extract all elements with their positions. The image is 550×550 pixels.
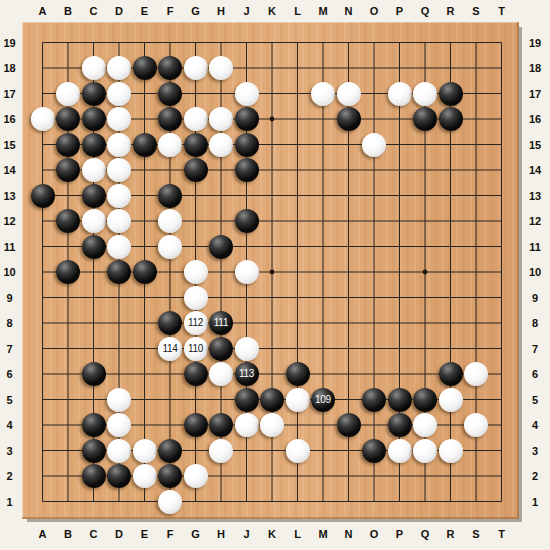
board-intersection-S9[interactable] bbox=[463, 285, 489, 311]
board-intersection-P6[interactable] bbox=[387, 361, 413, 387]
board-intersection-C14[interactable] bbox=[81, 157, 107, 183]
board-intersection-O6[interactable] bbox=[361, 361, 387, 387]
board-intersection-P7[interactable] bbox=[387, 336, 413, 362]
board-intersection-A18[interactable] bbox=[30, 55, 56, 81]
board-intersection-T13[interactable] bbox=[489, 183, 515, 209]
board-intersection-A13[interactable] bbox=[30, 183, 56, 209]
board-intersection-L6[interactable] bbox=[285, 361, 311, 387]
board-intersection-A6[interactable] bbox=[30, 361, 56, 387]
board-intersection-O14[interactable] bbox=[361, 157, 387, 183]
board-intersection-H8[interactable]: 111 bbox=[208, 310, 234, 336]
board-intersection-K17[interactable] bbox=[259, 81, 285, 107]
board-intersection-D7[interactable] bbox=[106, 336, 132, 362]
board-intersection-D18[interactable] bbox=[106, 55, 132, 81]
board-intersection-M2[interactable] bbox=[310, 463, 336, 489]
board-intersection-B10[interactable] bbox=[55, 259, 81, 285]
board-intersection-O2[interactable] bbox=[361, 463, 387, 489]
board-intersection-J7[interactable] bbox=[234, 336, 260, 362]
board-intersection-E11[interactable] bbox=[132, 234, 158, 260]
board-intersection-F2[interactable] bbox=[157, 463, 183, 489]
board-intersection-N1[interactable] bbox=[336, 489, 362, 515]
board-intersection-S3[interactable] bbox=[463, 438, 489, 464]
board-intersection-T1[interactable] bbox=[489, 489, 515, 515]
board-intersection-E10[interactable] bbox=[132, 259, 158, 285]
board-intersection-O8[interactable] bbox=[361, 310, 387, 336]
board-intersection-E9[interactable] bbox=[132, 285, 158, 311]
board-intersection-J8[interactable] bbox=[234, 310, 260, 336]
board-intersection-R7[interactable] bbox=[438, 336, 464, 362]
board-intersection-F16[interactable] bbox=[157, 106, 183, 132]
board-intersection-F11[interactable] bbox=[157, 234, 183, 260]
board-intersection-O15[interactable] bbox=[361, 132, 387, 158]
board-intersection-A14[interactable] bbox=[30, 157, 56, 183]
board-intersection-T3[interactable] bbox=[489, 438, 515, 464]
board-intersection-Q13[interactable] bbox=[412, 183, 438, 209]
board-intersection-C3[interactable] bbox=[81, 438, 107, 464]
board-intersection-P15[interactable] bbox=[387, 132, 413, 158]
board-intersection-M8[interactable] bbox=[310, 310, 336, 336]
board-intersection-E17[interactable] bbox=[132, 81, 158, 107]
board-intersection-L13[interactable] bbox=[285, 183, 311, 209]
board-intersection-G16[interactable] bbox=[183, 106, 209, 132]
board-intersection-D4[interactable] bbox=[106, 412, 132, 438]
board-intersection-G13[interactable] bbox=[183, 183, 209, 209]
board-intersection-G17[interactable] bbox=[183, 81, 209, 107]
board-intersection-J14[interactable] bbox=[234, 157, 260, 183]
board-intersection-M15[interactable] bbox=[310, 132, 336, 158]
board-intersection-J4[interactable] bbox=[234, 412, 260, 438]
board-intersection-S15[interactable] bbox=[463, 132, 489, 158]
board-intersection-L3[interactable] bbox=[285, 438, 311, 464]
board-intersection-M14[interactable] bbox=[310, 157, 336, 183]
board-intersection-D8[interactable] bbox=[106, 310, 132, 336]
board-intersection-M4[interactable] bbox=[310, 412, 336, 438]
board-intersection-O11[interactable] bbox=[361, 234, 387, 260]
board-intersection-O7[interactable] bbox=[361, 336, 387, 362]
board-intersection-E12[interactable] bbox=[132, 208, 158, 234]
board-intersection-H2[interactable] bbox=[208, 463, 234, 489]
board-intersection-H19[interactable] bbox=[208, 30, 234, 56]
board-intersection-L16[interactable] bbox=[285, 106, 311, 132]
board-intersection-Q12[interactable] bbox=[412, 208, 438, 234]
board-intersection-K10[interactable] bbox=[259, 259, 285, 285]
board-intersection-F15[interactable] bbox=[157, 132, 183, 158]
board-intersection-G11[interactable] bbox=[183, 234, 209, 260]
board-intersection-R8[interactable] bbox=[438, 310, 464, 336]
board-intersection-M6[interactable] bbox=[310, 361, 336, 387]
board-intersection-A4[interactable] bbox=[30, 412, 56, 438]
board-intersection-P18[interactable] bbox=[387, 55, 413, 81]
board-intersection-A2[interactable] bbox=[30, 463, 56, 489]
board-intersection-R15[interactable] bbox=[438, 132, 464, 158]
board-intersection-M7[interactable] bbox=[310, 336, 336, 362]
board-intersection-E4[interactable] bbox=[132, 412, 158, 438]
board-intersection-J3[interactable] bbox=[234, 438, 260, 464]
board-intersection-O16[interactable] bbox=[361, 106, 387, 132]
board-intersection-J19[interactable] bbox=[234, 30, 260, 56]
board-intersection-F10[interactable] bbox=[157, 259, 183, 285]
board-intersection-E15[interactable] bbox=[132, 132, 158, 158]
board-intersection-H12[interactable] bbox=[208, 208, 234, 234]
board-intersection-G10[interactable] bbox=[183, 259, 209, 285]
board-intersection-G14[interactable] bbox=[183, 157, 209, 183]
board-intersection-M12[interactable] bbox=[310, 208, 336, 234]
board-intersection-N15[interactable] bbox=[336, 132, 362, 158]
board-intersection-R13[interactable] bbox=[438, 183, 464, 209]
board-intersection-L14[interactable] bbox=[285, 157, 311, 183]
board-intersection-D6[interactable] bbox=[106, 361, 132, 387]
board-intersection-K12[interactable] bbox=[259, 208, 285, 234]
board-intersection-F6[interactable] bbox=[157, 361, 183, 387]
board-intersection-E2[interactable] bbox=[132, 463, 158, 489]
board-intersection-S1[interactable] bbox=[463, 489, 489, 515]
board-intersection-H18[interactable] bbox=[208, 55, 234, 81]
board-intersection-T17[interactable] bbox=[489, 81, 515, 107]
board-intersection-D9[interactable] bbox=[106, 285, 132, 311]
board-intersection-N3[interactable] bbox=[336, 438, 362, 464]
board-intersection-T16[interactable] bbox=[489, 106, 515, 132]
board-intersection-S8[interactable] bbox=[463, 310, 489, 336]
board-intersection-N11[interactable] bbox=[336, 234, 362, 260]
board-intersection-P19[interactable] bbox=[387, 30, 413, 56]
board-intersection-K7[interactable] bbox=[259, 336, 285, 362]
board-intersection-P1[interactable] bbox=[387, 489, 413, 515]
board-intersection-K14[interactable] bbox=[259, 157, 285, 183]
board-intersection-L15[interactable] bbox=[285, 132, 311, 158]
board-intersection-B4[interactable] bbox=[55, 412, 81, 438]
board-intersection-H6[interactable] bbox=[208, 361, 234, 387]
board-intersection-O4[interactable] bbox=[361, 412, 387, 438]
board-intersection-A16[interactable] bbox=[30, 106, 56, 132]
board-intersection-L12[interactable] bbox=[285, 208, 311, 234]
board-intersection-M18[interactable] bbox=[310, 55, 336, 81]
board-intersection-M5[interactable]: 109 bbox=[310, 387, 336, 413]
board-intersection-H1[interactable] bbox=[208, 489, 234, 515]
board-intersection-R19[interactable] bbox=[438, 30, 464, 56]
board-intersection-J12[interactable] bbox=[234, 208, 260, 234]
board-intersection-B3[interactable] bbox=[55, 438, 81, 464]
board-intersection-P9[interactable] bbox=[387, 285, 413, 311]
board-intersection-K18[interactable] bbox=[259, 55, 285, 81]
board-intersection-S19[interactable] bbox=[463, 30, 489, 56]
board-intersection-B17[interactable] bbox=[55, 81, 81, 107]
board-intersection-S2[interactable] bbox=[463, 463, 489, 489]
board-intersection-Q1[interactable] bbox=[412, 489, 438, 515]
board-intersection-N10[interactable] bbox=[336, 259, 362, 285]
board-intersection-B11[interactable] bbox=[55, 234, 81, 260]
board-intersection-C16[interactable] bbox=[81, 106, 107, 132]
board-intersection-N12[interactable] bbox=[336, 208, 362, 234]
board-intersection-K4[interactable] bbox=[259, 412, 285, 438]
board-intersection-M9[interactable] bbox=[310, 285, 336, 311]
board-intersection-N16[interactable] bbox=[336, 106, 362, 132]
board-intersection-N7[interactable] bbox=[336, 336, 362, 362]
board-intersection-N18[interactable] bbox=[336, 55, 362, 81]
board-intersection-K15[interactable] bbox=[259, 132, 285, 158]
board-intersection-O5[interactable] bbox=[361, 387, 387, 413]
board-intersection-Q2[interactable] bbox=[412, 463, 438, 489]
board-intersection-T15[interactable] bbox=[489, 132, 515, 158]
board-intersection-A17[interactable] bbox=[30, 81, 56, 107]
board-intersection-M10[interactable] bbox=[310, 259, 336, 285]
board-intersection-N8[interactable] bbox=[336, 310, 362, 336]
board-intersection-F8[interactable] bbox=[157, 310, 183, 336]
board-intersection-E13[interactable] bbox=[132, 183, 158, 209]
board-intersection-M17[interactable] bbox=[310, 81, 336, 107]
board-intersection-Q3[interactable] bbox=[412, 438, 438, 464]
board-intersection-C1[interactable] bbox=[81, 489, 107, 515]
board-intersection-E14[interactable] bbox=[132, 157, 158, 183]
board-intersection-L17[interactable] bbox=[285, 81, 311, 107]
board-intersection-D12[interactable] bbox=[106, 208, 132, 234]
board-intersection-S11[interactable] bbox=[463, 234, 489, 260]
board-intersection-K19[interactable] bbox=[259, 30, 285, 56]
board-intersection-T4[interactable] bbox=[489, 412, 515, 438]
board-intersection-G19[interactable] bbox=[183, 30, 209, 56]
board-intersection-C5[interactable] bbox=[81, 387, 107, 413]
board-intersection-T8[interactable] bbox=[489, 310, 515, 336]
board-intersection-Q19[interactable] bbox=[412, 30, 438, 56]
board-intersection-D15[interactable] bbox=[106, 132, 132, 158]
board-intersection-P12[interactable] bbox=[387, 208, 413, 234]
board-intersection-Q9[interactable] bbox=[412, 285, 438, 311]
board-intersection-Q10[interactable] bbox=[412, 259, 438, 285]
board-intersection-O1[interactable] bbox=[361, 489, 387, 515]
board-intersection-S16[interactable] bbox=[463, 106, 489, 132]
board-intersection-Q7[interactable] bbox=[412, 336, 438, 362]
board-intersection-Q5[interactable] bbox=[412, 387, 438, 413]
board-intersection-B7[interactable] bbox=[55, 336, 81, 362]
board-intersection-R14[interactable] bbox=[438, 157, 464, 183]
board-intersection-P16[interactable] bbox=[387, 106, 413, 132]
board-intersection-B6[interactable] bbox=[55, 361, 81, 387]
board-intersection-P10[interactable] bbox=[387, 259, 413, 285]
board-intersection-B5[interactable] bbox=[55, 387, 81, 413]
board-intersection-F3[interactable] bbox=[157, 438, 183, 464]
board-intersection-P14[interactable] bbox=[387, 157, 413, 183]
board-intersection-J2[interactable] bbox=[234, 463, 260, 489]
board-intersection-A7[interactable] bbox=[30, 336, 56, 362]
board-intersection-B16[interactable] bbox=[55, 106, 81, 132]
board-intersection-M1[interactable] bbox=[310, 489, 336, 515]
board-intersection-L1[interactable] bbox=[285, 489, 311, 515]
board-intersection-B9[interactable] bbox=[55, 285, 81, 311]
board-intersection-O18[interactable] bbox=[361, 55, 387, 81]
board-intersection-S12[interactable] bbox=[463, 208, 489, 234]
board-intersection-L19[interactable] bbox=[285, 30, 311, 56]
board-intersection-A12[interactable] bbox=[30, 208, 56, 234]
board-intersection-C9[interactable] bbox=[81, 285, 107, 311]
board-intersection-H13[interactable] bbox=[208, 183, 234, 209]
board-intersection-N19[interactable] bbox=[336, 30, 362, 56]
board-intersection-R16[interactable] bbox=[438, 106, 464, 132]
board-intersection-J17[interactable] bbox=[234, 81, 260, 107]
board-intersection-D19[interactable] bbox=[106, 30, 132, 56]
board-intersection-K16[interactable] bbox=[259, 106, 285, 132]
board-intersection-N6[interactable] bbox=[336, 361, 362, 387]
board-intersection-D3[interactable] bbox=[106, 438, 132, 464]
board-intersection-R3[interactable] bbox=[438, 438, 464, 464]
board-intersection-H3[interactable] bbox=[208, 438, 234, 464]
board-intersection-H14[interactable] bbox=[208, 157, 234, 183]
board-intersection-B18[interactable] bbox=[55, 55, 81, 81]
board-intersection-E18[interactable] bbox=[132, 55, 158, 81]
board-intersection-H5[interactable] bbox=[208, 387, 234, 413]
board-intersection-T14[interactable] bbox=[489, 157, 515, 183]
board-intersection-G6[interactable] bbox=[183, 361, 209, 387]
board-intersection-T6[interactable] bbox=[489, 361, 515, 387]
board-intersection-L8[interactable] bbox=[285, 310, 311, 336]
board-intersection-Q4[interactable] bbox=[412, 412, 438, 438]
board-intersection-T12[interactable] bbox=[489, 208, 515, 234]
board-intersection-P2[interactable] bbox=[387, 463, 413, 489]
board-intersection-N9[interactable] bbox=[336, 285, 362, 311]
board-intersection-M16[interactable] bbox=[310, 106, 336, 132]
board-intersection-Q11[interactable] bbox=[412, 234, 438, 260]
board-intersection-S10[interactable] bbox=[463, 259, 489, 285]
board-intersection-A9[interactable] bbox=[30, 285, 56, 311]
board-intersection-B8[interactable] bbox=[55, 310, 81, 336]
board-intersection-D14[interactable] bbox=[106, 157, 132, 183]
board-intersection-M11[interactable] bbox=[310, 234, 336, 260]
board-intersection-P3[interactable] bbox=[387, 438, 413, 464]
board-intersection-L7[interactable] bbox=[285, 336, 311, 362]
board-intersection-P17[interactable] bbox=[387, 81, 413, 107]
board-intersection-D11[interactable] bbox=[106, 234, 132, 260]
board-intersection-N13[interactable] bbox=[336, 183, 362, 209]
board-intersection-L2[interactable] bbox=[285, 463, 311, 489]
board-intersection-A19[interactable] bbox=[30, 30, 56, 56]
board-intersection-H4[interactable] bbox=[208, 412, 234, 438]
board-intersection-C12[interactable] bbox=[81, 208, 107, 234]
board-intersection-L11[interactable] bbox=[285, 234, 311, 260]
board-intersection-F17[interactable] bbox=[157, 81, 183, 107]
board-intersection-J16[interactable] bbox=[234, 106, 260, 132]
board-intersection-G15[interactable] bbox=[183, 132, 209, 158]
board-intersection-O9[interactable] bbox=[361, 285, 387, 311]
board-intersection-M13[interactable] bbox=[310, 183, 336, 209]
board-intersection-B2[interactable] bbox=[55, 463, 81, 489]
board-intersection-J1[interactable] bbox=[234, 489, 260, 515]
board-intersection-D2[interactable] bbox=[106, 463, 132, 489]
board-intersection-R10[interactable] bbox=[438, 259, 464, 285]
board-intersection-K11[interactable] bbox=[259, 234, 285, 260]
board-intersection-R11[interactable] bbox=[438, 234, 464, 260]
board-intersection-Q6[interactable] bbox=[412, 361, 438, 387]
board-intersection-P8[interactable] bbox=[387, 310, 413, 336]
board-intersection-D5[interactable] bbox=[106, 387, 132, 413]
board-intersection-G7[interactable]: 110 bbox=[183, 336, 209, 362]
board-intersection-C6[interactable] bbox=[81, 361, 107, 387]
board-intersection-D16[interactable] bbox=[106, 106, 132, 132]
board-intersection-E7[interactable] bbox=[132, 336, 158, 362]
board-intersection-K2[interactable] bbox=[259, 463, 285, 489]
board-intersection-T2[interactable] bbox=[489, 463, 515, 489]
board-intersection-A8[interactable] bbox=[30, 310, 56, 336]
board-intersection-P5[interactable] bbox=[387, 387, 413, 413]
board-intersection-L9[interactable] bbox=[285, 285, 311, 311]
board-intersection-S14[interactable] bbox=[463, 157, 489, 183]
board-intersection-F7[interactable]: 114 bbox=[157, 336, 183, 362]
board-intersection-T19[interactable] bbox=[489, 30, 515, 56]
board-intersection-F12[interactable] bbox=[157, 208, 183, 234]
board-intersection-T9[interactable] bbox=[489, 285, 515, 311]
board-intersection-R18[interactable] bbox=[438, 55, 464, 81]
board-intersection-S6[interactable] bbox=[463, 361, 489, 387]
board-intersection-N17[interactable] bbox=[336, 81, 362, 107]
board-intersection-K9[interactable] bbox=[259, 285, 285, 311]
board-intersection-N5[interactable] bbox=[336, 387, 362, 413]
board-intersection-F14[interactable] bbox=[157, 157, 183, 183]
board-intersection-G8[interactable]: 112 bbox=[183, 310, 209, 336]
board-intersection-Q16[interactable] bbox=[412, 106, 438, 132]
board-intersection-N2[interactable] bbox=[336, 463, 362, 489]
board-intersection-C2[interactable] bbox=[81, 463, 107, 489]
board-intersection-R17[interactable] bbox=[438, 81, 464, 107]
board-intersection-E3[interactable] bbox=[132, 438, 158, 464]
board-intersection-S18[interactable] bbox=[463, 55, 489, 81]
board-intersection-H17[interactable] bbox=[208, 81, 234, 107]
board-intersection-J11[interactable] bbox=[234, 234, 260, 260]
board-intersection-C18[interactable] bbox=[81, 55, 107, 81]
board-intersection-Q18[interactable] bbox=[412, 55, 438, 81]
board-intersection-C19[interactable] bbox=[81, 30, 107, 56]
board-intersection-J6[interactable]: 113 bbox=[234, 361, 260, 387]
board-intersection-G4[interactable] bbox=[183, 412, 209, 438]
board-intersection-R2[interactable] bbox=[438, 463, 464, 489]
board-intersection-G9[interactable] bbox=[183, 285, 209, 311]
board-intersection-C10[interactable] bbox=[81, 259, 107, 285]
board-intersection-J5[interactable] bbox=[234, 387, 260, 413]
board-intersection-T5[interactable] bbox=[489, 387, 515, 413]
board-intersection-A1[interactable] bbox=[30, 489, 56, 515]
board-intersection-O10[interactable] bbox=[361, 259, 387, 285]
board-intersection-P4[interactable] bbox=[387, 412, 413, 438]
board-intersection-A5[interactable] bbox=[30, 387, 56, 413]
board-intersection-G1[interactable] bbox=[183, 489, 209, 515]
board-intersection-P13[interactable] bbox=[387, 183, 413, 209]
board-intersection-N14[interactable] bbox=[336, 157, 362, 183]
board-intersection-L10[interactable] bbox=[285, 259, 311, 285]
board-intersection-H9[interactable] bbox=[208, 285, 234, 311]
board-intersection-R6[interactable] bbox=[438, 361, 464, 387]
board-intersection-F9[interactable] bbox=[157, 285, 183, 311]
board-intersection-R9[interactable] bbox=[438, 285, 464, 311]
board-intersection-T10[interactable] bbox=[489, 259, 515, 285]
board-intersection-C7[interactable] bbox=[81, 336, 107, 362]
board-intersection-E8[interactable] bbox=[132, 310, 158, 336]
board-intersection-C17[interactable] bbox=[81, 81, 107, 107]
board-intersection-K13[interactable] bbox=[259, 183, 285, 209]
board-intersection-D1[interactable] bbox=[106, 489, 132, 515]
board-intersection-B19[interactable] bbox=[55, 30, 81, 56]
board-intersection-Q15[interactable] bbox=[412, 132, 438, 158]
board-intersection-L18[interactable] bbox=[285, 55, 311, 81]
board-intersection-G18[interactable] bbox=[183, 55, 209, 81]
board-intersection-F18[interactable] bbox=[157, 55, 183, 81]
board-intersection-E1[interactable] bbox=[132, 489, 158, 515]
board-intersection-L4[interactable] bbox=[285, 412, 311, 438]
board-intersection-G3[interactable] bbox=[183, 438, 209, 464]
board-intersection-S13[interactable] bbox=[463, 183, 489, 209]
board-intersection-K8[interactable] bbox=[259, 310, 285, 336]
board-intersection-O13[interactable] bbox=[361, 183, 387, 209]
board-intersection-A10[interactable] bbox=[30, 259, 56, 285]
board-intersection-S7[interactable] bbox=[463, 336, 489, 362]
board-intersection-J9[interactable] bbox=[234, 285, 260, 311]
board-intersection-B14[interactable] bbox=[55, 157, 81, 183]
board-intersection-R4[interactable] bbox=[438, 412, 464, 438]
